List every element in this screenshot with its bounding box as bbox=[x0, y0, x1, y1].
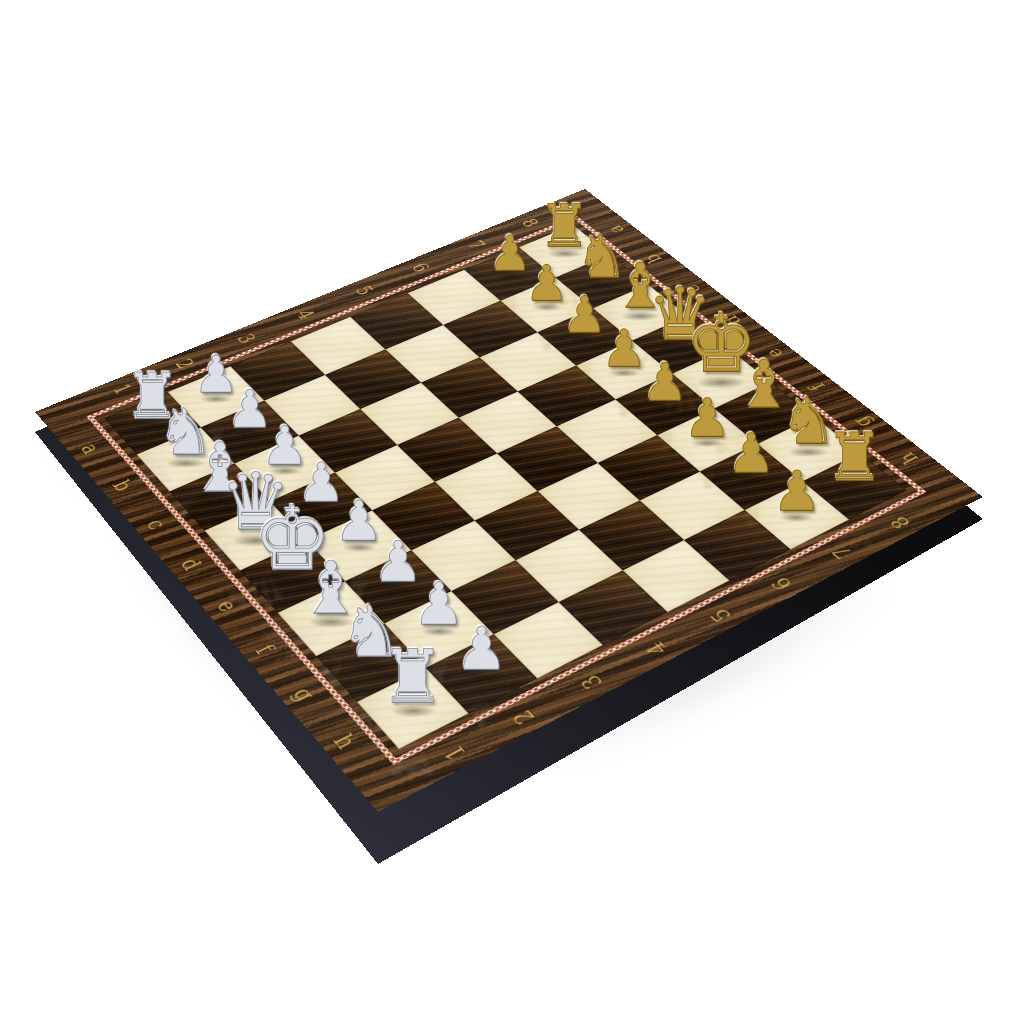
coordinate-label-g-far: g bbox=[849, 414, 876, 430]
coordinate-label-5-far: 5 bbox=[706, 606, 735, 625]
coordinate-label-e: e bbox=[213, 597, 242, 615]
chess-board: 88aa77bb66cc55dd44ee33ff22gg11hh bbox=[35, 189, 983, 812]
coordinate-label-4: 4 bbox=[293, 307, 318, 321]
coordinate-label-2-far: 2 bbox=[509, 707, 540, 728]
coordinate-label-5: 5 bbox=[352, 284, 377, 298]
coordinate-label-8: 8 bbox=[518, 216, 542, 229]
coordinate-label-6: 6 bbox=[409, 261, 434, 274]
coordinate-label-c: c bbox=[143, 516, 170, 532]
coordinate-label-1-far: 1 bbox=[439, 742, 470, 763]
coordinate-label-a-far: a bbox=[604, 223, 628, 235]
coordinate-label-7: 7 bbox=[464, 238, 488, 251]
coordinate-label-6-far: 6 bbox=[768, 575, 797, 593]
coordinate-label-g: g bbox=[289, 684, 319, 704]
coordinate-label-3-far: 3 bbox=[576, 672, 606, 692]
coordinate-label-d: d bbox=[177, 555, 206, 573]
coordinate-label-2: 2 bbox=[172, 356, 198, 371]
coordinate-label-b: b bbox=[109, 477, 137, 494]
coordinate-label-f-far: f bbox=[806, 381, 828, 393]
coordinate-label-7-far: 7 bbox=[828, 544, 856, 562]
coordinate-label-1: 1 bbox=[109, 382, 135, 397]
coordinate-label-d-far: d bbox=[720, 314, 745, 328]
coordinate-label-h-far: h bbox=[895, 450, 922, 466]
coordinate-label-h: h bbox=[330, 731, 361, 752]
coordinate-label-a: a bbox=[77, 441, 104, 457]
coordinate-label-3: 3 bbox=[234, 331, 260, 345]
coordinate-label-e-far: e bbox=[762, 346, 787, 360]
coordinate-label-8-far: 8 bbox=[886, 514, 914, 531]
coordinate-label-c-far: c bbox=[680, 283, 704, 296]
coordinate-label-4-far: 4 bbox=[642, 639, 672, 658]
product-photo-scene: 88aa77bb66cc55dd44ee33ff22gg11hh ♜♜♞♞♝♝♛… bbox=[0, 0, 1024, 1024]
coordinate-label-b-far: b bbox=[641, 252, 665, 265]
coordinate-label-f: f bbox=[252, 641, 279, 657]
